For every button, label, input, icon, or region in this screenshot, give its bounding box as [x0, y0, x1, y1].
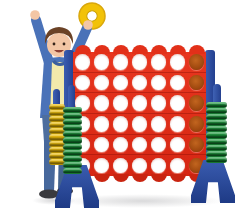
board-cell [168, 73, 187, 94]
board-cell [130, 135, 149, 156]
board-cell [92, 52, 111, 73]
stacked-ring [63, 137, 82, 143]
board-hole [189, 75, 204, 91]
board-cell [130, 93, 149, 114]
board-hole [94, 54, 109, 70]
stacked-ring [206, 132, 227, 138]
board-hole [132, 95, 147, 111]
board-hole [113, 54, 128, 70]
stacked-ring [63, 168, 82, 174]
board-cell [130, 114, 149, 135]
board-cell [111, 155, 130, 176]
board-hole [113, 75, 128, 91]
board-hole [189, 95, 204, 111]
board-hole [170, 95, 185, 111]
board-hole [170, 158, 185, 174]
stacked-ring [63, 144, 82, 150]
board-hole [113, 158, 128, 174]
board-hole [132, 54, 147, 70]
ring-stack-left-green [63, 107, 82, 174]
board-scallop-top [151, 45, 167, 54]
board-hole [170, 75, 185, 91]
board-hole [113, 116, 128, 132]
board-cell [92, 114, 111, 135]
board-cell [92, 155, 111, 176]
board-cell [149, 93, 168, 114]
board-hole [132, 137, 147, 153]
board-cell [111, 93, 130, 114]
board-hole [94, 137, 109, 153]
board-hole [151, 116, 166, 132]
board-hole [75, 75, 90, 91]
board-scallop-top [75, 45, 91, 54]
board-hole [151, 75, 166, 91]
board-hole [189, 54, 204, 70]
board-cell [149, 114, 168, 135]
board-cell [111, 114, 130, 135]
board-cell [149, 52, 168, 73]
board-scallop-top [132, 45, 148, 54]
board-cell [130, 52, 149, 73]
board-cell [168, 155, 187, 176]
board-scallop-top [113, 45, 129, 54]
board-cell [73, 52, 92, 73]
post-cap [213, 84, 221, 104]
board-hole [75, 54, 90, 70]
board-cell [73, 73, 92, 94]
board-hole [94, 116, 109, 132]
board-hole [170, 54, 185, 70]
board-cell [92, 73, 111, 94]
board-cell [92, 135, 111, 156]
board-cell [111, 52, 130, 73]
board-cell [92, 93, 111, 114]
stacked-ring [206, 157, 227, 163]
stacked-ring [206, 139, 227, 145]
board-hole [170, 116, 185, 132]
board-cell [130, 155, 149, 176]
board-hole [151, 54, 166, 70]
board-cell [187, 114, 206, 135]
board-hole [151, 137, 166, 153]
board-scallop-top [94, 45, 110, 54]
board-hole [94, 95, 109, 111]
board-cell [149, 155, 168, 176]
ring-stack-right-green [206, 102, 227, 163]
board-scallop-top [170, 45, 186, 54]
board-cell [111, 135, 130, 156]
board-hole [170, 137, 185, 153]
board-cell [187, 93, 206, 114]
board-cell [168, 93, 187, 114]
board-hole [151, 158, 166, 174]
board-cell [187, 73, 206, 94]
board-cell [149, 73, 168, 94]
board-cell [187, 135, 206, 156]
board-cell [168, 114, 187, 135]
board-cell [149, 135, 168, 156]
scene [0, 0, 250, 211]
board-cell [168, 135, 187, 156]
stacked-ring [206, 145, 227, 151]
board-hole [132, 116, 147, 132]
post-cap [53, 89, 60, 105]
board-hole [151, 95, 166, 111]
board-hole [94, 158, 109, 174]
board-cell [168, 52, 187, 73]
stacked-ring [63, 150, 82, 156]
board-hole [189, 116, 204, 132]
board-hole [113, 137, 128, 153]
board-hole [113, 95, 128, 111]
stacked-ring [63, 156, 82, 162]
board-scallop-top [189, 45, 205, 54]
stacked-ring [206, 151, 227, 157]
board-hole [94, 75, 109, 91]
board-grid [73, 52, 206, 176]
board-cell [130, 73, 149, 94]
board-hole [132, 75, 147, 91]
board-cell [187, 52, 206, 73]
post-cap [68, 85, 75, 108]
board-hole [132, 158, 147, 174]
board-cell [111, 73, 130, 94]
board-hole [189, 137, 204, 153]
